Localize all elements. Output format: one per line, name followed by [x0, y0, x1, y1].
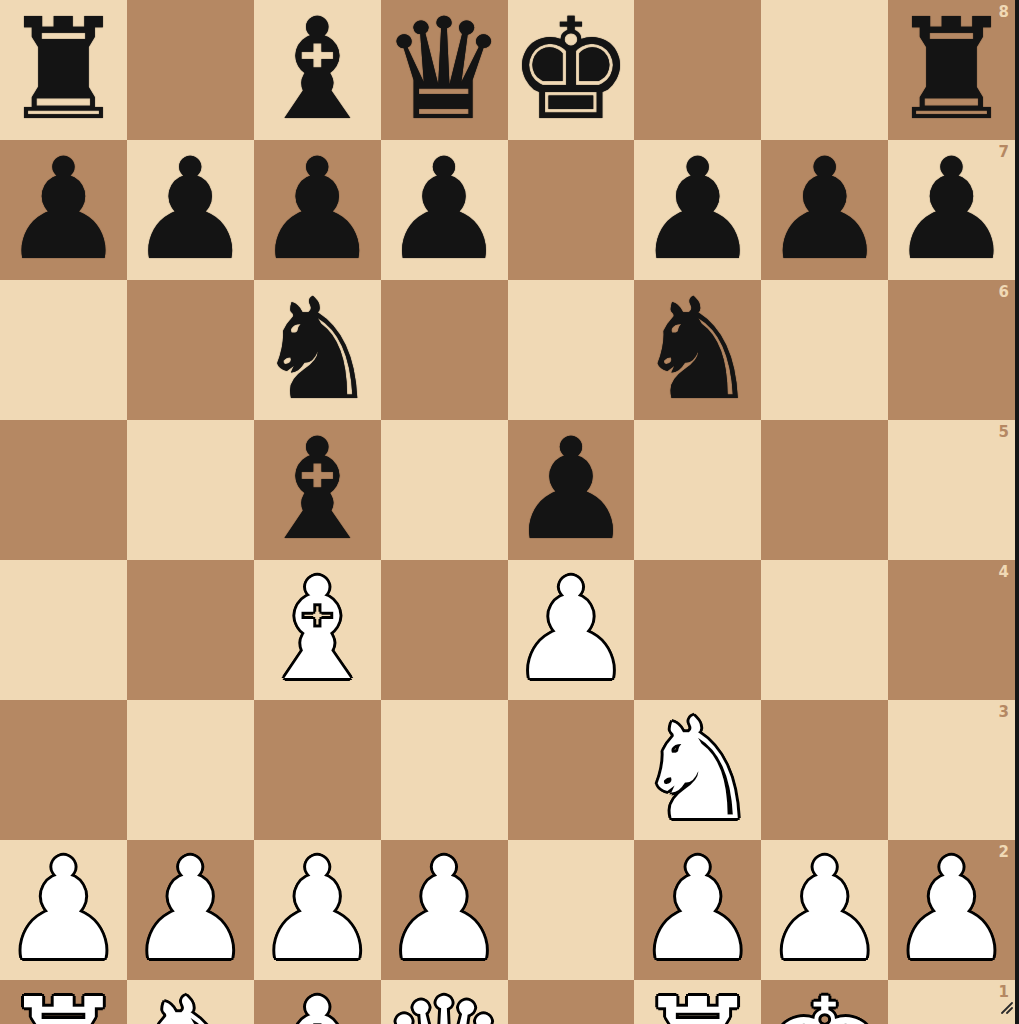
white-rook[interactable]: ♜	[635, 980, 761, 1024]
square-e4[interactable]: ♟	[508, 560, 635, 700]
rank-label-6: 6	[999, 285, 1009, 300]
square-f2[interactable]: ♟	[634, 840, 761, 980]
square-f5[interactable]	[634, 420, 761, 560]
black-pawn[interactable]: ♟	[254, 140, 380, 280]
square-e8[interactable]: ♚	[508, 0, 635, 140]
black-pawn[interactable]: ♟	[762, 140, 888, 280]
white-bishop[interactable]: ♝	[254, 560, 380, 700]
square-a5[interactable]	[0, 420, 127, 560]
white-bishop[interactable]: ♝	[254, 980, 380, 1024]
square-b3[interactable]	[127, 700, 254, 840]
white-pawn[interactable]: ♟	[1, 840, 127, 980]
square-g1[interactable]: ♚g	[761, 980, 888, 1024]
chess-board-frame: ♜♝♛♚♜8♟♟♟♟♟♟♟7♞♞6♝♟5♝♟4♞3♟♟♟♟♟♟♟2♜a♞b♝c♛…	[0, 0, 1019, 1024]
square-g4[interactable]	[761, 560, 888, 700]
white-knight[interactable]: ♞	[128, 980, 254, 1024]
square-h1[interactable]: 1h	[888, 980, 1015, 1024]
rank-label-3: 3	[999, 705, 1009, 720]
white-pawn[interactable]: ♟	[128, 840, 254, 980]
resize-handle-icon[interactable]	[999, 1000, 1013, 1014]
white-pawn[interactable]: ♟	[381, 840, 507, 980]
square-c7[interactable]: ♟	[254, 140, 381, 280]
white-knight[interactable]: ♞	[635, 700, 761, 840]
square-d6[interactable]	[381, 280, 508, 420]
square-g5[interactable]	[761, 420, 888, 560]
square-c1[interactable]: ♝c	[254, 980, 381, 1024]
square-a2[interactable]: ♟	[0, 840, 127, 980]
square-e7[interactable]	[508, 140, 635, 280]
square-e3[interactable]	[508, 700, 635, 840]
square-f7[interactable]: ♟	[634, 140, 761, 280]
square-c6[interactable]: ♞	[254, 280, 381, 420]
rank-label-1: 1	[999, 985, 1009, 1000]
square-h7[interactable]: ♟7	[888, 140, 1015, 280]
white-rook[interactable]: ♜	[1, 980, 127, 1024]
white-pawn[interactable]: ♟	[508, 560, 634, 700]
white-pawn[interactable]: ♟	[635, 840, 761, 980]
rank-label-4: 4	[999, 565, 1009, 580]
square-f8[interactable]	[634, 0, 761, 140]
square-b2[interactable]: ♟	[127, 840, 254, 980]
black-knight[interactable]: ♞	[635, 280, 761, 420]
square-a8[interactable]: ♜	[0, 0, 127, 140]
black-king[interactable]: ♚	[508, 0, 634, 140]
square-b8[interactable]	[127, 0, 254, 140]
black-pawn[interactable]: ♟	[1, 140, 127, 280]
square-a4[interactable]	[0, 560, 127, 700]
square-h2[interactable]: ♟2	[888, 840, 1015, 980]
square-h3[interactable]: 3	[888, 700, 1015, 840]
white-pawn[interactable]: ♟	[762, 840, 888, 980]
white-pawn[interactable]: ♟	[889, 840, 1015, 980]
square-a7[interactable]: ♟	[0, 140, 127, 280]
black-rook[interactable]: ♜	[1, 0, 127, 140]
black-queen[interactable]: ♛	[381, 0, 507, 140]
black-pawn[interactable]: ♟	[508, 420, 634, 560]
square-d4[interactable]	[381, 560, 508, 700]
white-queen[interactable]: ♛	[381, 980, 507, 1024]
black-knight[interactable]: ♞	[254, 280, 380, 420]
square-h4[interactable]: 4	[888, 560, 1015, 700]
black-pawn[interactable]: ♟	[128, 140, 254, 280]
square-d1[interactable]: ♛d	[381, 980, 508, 1024]
square-c8[interactable]: ♝	[254, 0, 381, 140]
square-b6[interactable]	[127, 280, 254, 420]
rank-label-5: 5	[999, 425, 1009, 440]
square-f1[interactable]: ♜f	[634, 980, 761, 1024]
square-b1[interactable]: ♞b	[127, 980, 254, 1024]
black-rook[interactable]: ♜	[889, 0, 1015, 140]
square-g2[interactable]: ♟	[761, 840, 888, 980]
square-f4[interactable]	[634, 560, 761, 700]
square-c2[interactable]: ♟	[254, 840, 381, 980]
square-g3[interactable]	[761, 700, 888, 840]
square-h5[interactable]: 5	[888, 420, 1015, 560]
square-e1[interactable]: e	[508, 980, 635, 1024]
square-d2[interactable]: ♟	[381, 840, 508, 980]
square-d7[interactable]: ♟	[381, 140, 508, 280]
square-a3[interactable]	[0, 700, 127, 840]
square-f6[interactable]: ♞	[634, 280, 761, 420]
square-b4[interactable]	[127, 560, 254, 700]
square-e2[interactable]	[508, 840, 635, 980]
black-pawn[interactable]: ♟	[635, 140, 761, 280]
square-a1[interactable]: ♜a	[0, 980, 127, 1024]
black-bishop[interactable]: ♝	[254, 420, 380, 560]
square-c5[interactable]: ♝	[254, 420, 381, 560]
white-king[interactable]: ♚	[762, 980, 888, 1024]
square-g7[interactable]: ♟	[761, 140, 888, 280]
black-pawn[interactable]: ♟	[381, 140, 507, 280]
square-b5[interactable]	[127, 420, 254, 560]
square-c4[interactable]: ♝	[254, 560, 381, 700]
square-g6[interactable]	[761, 280, 888, 420]
square-a6[interactable]	[0, 280, 127, 420]
square-e6[interactable]	[508, 280, 635, 420]
square-d5[interactable]	[381, 420, 508, 560]
square-c3[interactable]	[254, 700, 381, 840]
white-pawn[interactable]: ♟	[254, 840, 380, 980]
square-g8[interactable]	[761, 0, 888, 140]
square-h6[interactable]: 6	[888, 280, 1015, 420]
black-pawn[interactable]: ♟	[889, 140, 1015, 280]
square-f3[interactable]: ♞	[634, 700, 761, 840]
square-h8[interactable]: ♜8	[888, 0, 1015, 140]
chess-board: ♜♝♛♚♜8♟♟♟♟♟♟♟7♞♞6♝♟5♝♟4♞3♟♟♟♟♟♟♟2♜a♞b♝c♛…	[0, 0, 1015, 1019]
square-d8[interactable]: ♛	[381, 0, 508, 140]
black-bishop[interactable]: ♝	[254, 0, 380, 140]
square-b7[interactable]: ♟	[127, 140, 254, 280]
square-d3[interactable]	[381, 700, 508, 840]
square-e5[interactable]: ♟	[508, 420, 635, 560]
